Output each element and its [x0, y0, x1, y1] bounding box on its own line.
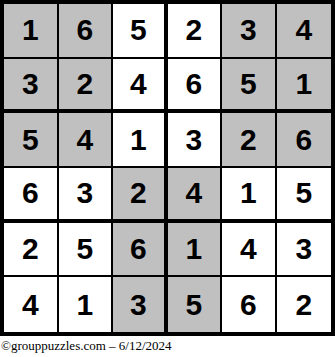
copyright-credit: ©grouppuzzles.com – 6/12/2024	[1, 338, 334, 354]
cell-r2c3: 4	[113, 59, 168, 114]
cell-r3c6: 6	[277, 113, 332, 168]
cell-r2c5: 5	[222, 59, 277, 114]
cell-r3c5: 2	[222, 113, 277, 168]
cell-r5c1: 2	[4, 223, 59, 278]
cell-r6c5: 6	[222, 277, 277, 332]
cell-r3c2: 4	[59, 113, 114, 168]
cell-r2c6: 1	[277, 59, 332, 114]
cell-r5c4: 1	[168, 223, 223, 278]
cell-r3c4: 3	[168, 113, 223, 168]
cell-r2c2: 2	[59, 59, 114, 114]
cell-r5c3: 6	[113, 223, 168, 278]
cell-r1c2: 6	[59, 4, 114, 59]
cell-r4c3: 2	[113, 168, 168, 223]
cell-r1c4: 2	[168, 4, 223, 59]
cell-r6c2: 1	[59, 277, 114, 332]
sudoku-board: 165234324651541326632415256143413562	[0, 0, 335, 336]
cell-r3c3: 1	[113, 113, 168, 168]
cell-r2c4: 6	[168, 59, 223, 114]
cell-r4c6: 5	[277, 168, 332, 223]
cell-r1c5: 3	[222, 4, 277, 59]
cell-r6c1: 4	[4, 277, 59, 332]
cell-r5c5: 4	[222, 223, 277, 278]
cell-r6c4: 5	[168, 277, 223, 332]
cell-r5c2: 5	[59, 223, 114, 278]
cell-r4c5: 1	[222, 168, 277, 223]
cell-r2c1: 3	[4, 59, 59, 114]
cell-r3c1: 5	[4, 113, 59, 168]
cell-r4c4: 4	[168, 168, 223, 223]
cell-r1c6: 4	[277, 4, 332, 59]
cell-r4c1: 6	[4, 168, 59, 223]
cell-r1c1: 1	[4, 4, 59, 59]
cell-r6c6: 2	[277, 277, 332, 332]
cell-r6c3: 3	[113, 277, 168, 332]
cell-r1c3: 5	[113, 4, 168, 59]
sudoku-page: 165234324651541326632415256143413562 ©gr…	[0, 0, 335, 357]
cell-r5c6: 3	[277, 223, 332, 278]
cell-r4c2: 3	[59, 168, 114, 223]
